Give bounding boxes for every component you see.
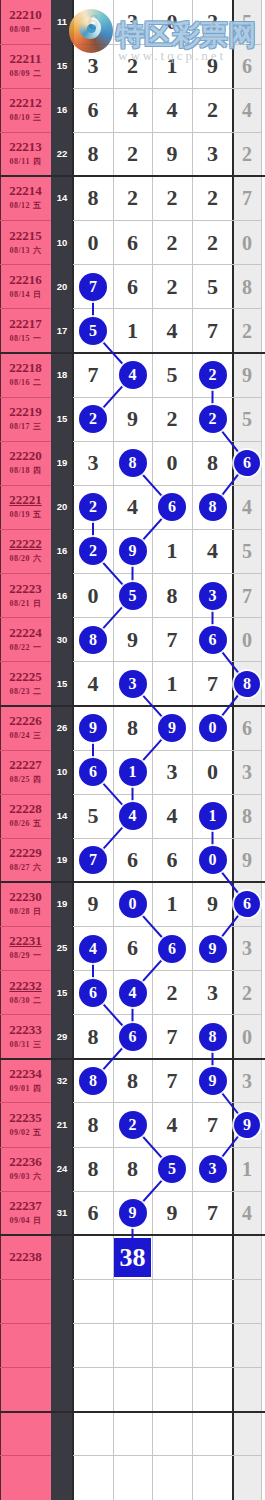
sum-value: 15 — [51, 397, 73, 441]
draw-number[interactable]: 22221 — [0, 493, 51, 506]
draw-number[interactable]: 22232 — [0, 979, 51, 992]
circled-digit: 4 — [79, 935, 107, 963]
draw-number[interactable]: 22237 — [0, 1199, 51, 1212]
draw-number[interactable]: 22234 — [0, 1067, 51, 1080]
draw-number[interactable]: 22223 — [0, 582, 51, 595]
draw-label-cell: 2221408/12五 — [0, 176, 51, 220]
draw-label-cell: 2221608/14日 — [0, 265, 51, 309]
circled-digit: 1 — [199, 802, 227, 830]
draw-date: 09/02五 — [0, 1127, 51, 1138]
sum-value: 20 — [51, 485, 73, 529]
sum-value: 18 — [51, 353, 73, 397]
draw-number[interactable]: 22233 — [0, 1023, 51, 1036]
circled-digit: 8 — [119, 449, 147, 477]
draw-date: 08/12五 — [0, 200, 51, 211]
draw-label-cell: 2222408/22一 — [0, 618, 51, 662]
draw-number[interactable]: 22219 — [0, 405, 51, 418]
circled-digit: 3 — [199, 1155, 227, 1183]
sum-value: 21 — [51, 1103, 73, 1147]
draw-number[interactable]: 22225 — [0, 670, 51, 683]
draw-date: 08/27六 — [0, 862, 51, 873]
draw-date: 08/28日 — [0, 906, 51, 917]
draw-label-cell: 2223709/04日 — [0, 1191, 51, 1235]
draw-date: 08/20六 — [0, 553, 51, 564]
sum-value: 11 — [51, 0, 73, 44]
sum-value: 29 — [51, 1015, 73, 1059]
draw-label-cell: 2223008/28日 — [0, 882, 51, 926]
prediction-box: 38 — [114, 1238, 151, 1277]
sum-value: 14 — [51, 794, 73, 838]
circled-digit: 5 — [79, 317, 107, 345]
draw-label-cell: 2223108/29一 — [0, 926, 51, 970]
circled-digit: 9 — [158, 714, 186, 742]
draw-date: 08/23二 — [0, 686, 51, 697]
circled-digit: 4 — [119, 979, 147, 1007]
circled-digit: 6 — [79, 758, 107, 786]
draw-date: 08/16二 — [0, 377, 51, 388]
circled-digit: 4 — [119, 802, 147, 830]
circled-digit: 8 — [199, 493, 227, 521]
draw-label-cell: 2222308/21日 — [0, 574, 51, 618]
sum-value: 26 — [51, 706, 73, 750]
sum-value: 24 — [51, 1147, 73, 1191]
circled-digit: 3 — [199, 582, 227, 610]
circled-digit: 9 — [234, 1112, 260, 1138]
draw-number[interactable]: 22218 — [0, 361, 51, 374]
draw-number[interactable]: 22210 — [0, 8, 51, 21]
draw-label-cell: 2221508/13六 — [0, 221, 51, 265]
draw-date: 09/01四 — [0, 1083, 51, 1094]
draw-label-cell: 2221808/16二 — [0, 353, 51, 397]
draw-number[interactable]: 22216 — [0, 273, 51, 286]
sum-value: 16 — [51, 88, 73, 132]
draw-number[interactable]: 22229 — [0, 846, 51, 859]
draw-date: 08/18四 — [0, 465, 51, 476]
sum-value: 19 — [51, 882, 73, 926]
draw-number[interactable]: 22213 — [0, 140, 51, 153]
draw-date: 08/21日 — [0, 598, 51, 609]
draw-date: 08/25四 — [0, 774, 51, 785]
circled-digit: 8 — [234, 671, 260, 697]
sum-value: 16 — [51, 574, 73, 618]
draw-date: 08/10三 — [0, 112, 51, 123]
draw-date: 08/29一 — [0, 950, 51, 961]
circled-digit: 9 — [119, 1199, 147, 1227]
draw-number[interactable]: 22220 — [0, 449, 51, 462]
circled-digit: 5 — [119, 582, 147, 610]
draw-label-cell: 2222008/18四 — [0, 441, 51, 485]
draw-number[interactable]: 22231 — [0, 934, 51, 947]
circled-digit: 2 — [199, 405, 227, 433]
draw-date: 08/26五 — [0, 818, 51, 829]
draw-date: 09/03六 — [0, 1171, 51, 1182]
draw-date: 08/19五 — [0, 509, 51, 520]
circled-digit: 6 — [199, 626, 227, 654]
draw-number[interactable]: 22212 — [0, 96, 51, 109]
sum-value: 22 — [51, 132, 73, 176]
circled-digit: 7 — [79, 273, 107, 301]
draw-number[interactable]: 22214 — [0, 184, 51, 197]
draw-label-cell: 2223609/03六 — [0, 1147, 51, 1191]
circled-digit: 3 — [119, 670, 147, 698]
circled-digit: 2 — [79, 405, 107, 433]
draw-date: 08/24三 — [0, 730, 51, 741]
sum-value: 32 — [51, 1059, 73, 1103]
draw-label-cell: 2221108/09二 — [0, 44, 51, 88]
circled-digit: 9 — [79, 714, 107, 742]
draw-number[interactable]: 22224 — [0, 626, 51, 639]
circled-digit: 8 — [199, 1023, 227, 1051]
draw-label-cell: 2221908/17三 — [0, 397, 51, 441]
draw-label-cell: 2222708/25四 — [0, 750, 51, 794]
draw-date: 08/08一 — [0, 24, 51, 35]
draw-label-cell: 2221308/11四 — [0, 132, 51, 176]
draw-number[interactable]: 22211 — [0, 52, 51, 65]
sum-value: 15 — [51, 662, 73, 706]
circled-digit: 9 — [119, 537, 147, 565]
sum-value: 14 — [51, 176, 73, 220]
draw-date: 09/04日 — [0, 1215, 51, 1226]
sum-value: 15 — [51, 44, 73, 88]
draw-number[interactable]: 22235 — [0, 1111, 51, 1124]
draw-date: 08/13六 — [0, 245, 51, 256]
draw-label-cell: 2221208/10三 — [0, 88, 51, 132]
sum-value: 25 — [51, 926, 73, 970]
draw-label-cell: 2221008/08一 — [0, 0, 51, 44]
sum-value: 10 — [51, 221, 73, 265]
draw-label-cell: 2223509/02五 — [0, 1103, 51, 1147]
draw-label-cell: 2223208/30二 — [0, 971, 51, 1015]
draw-number[interactable]: 22227 — [0, 758, 51, 771]
draw-label-cell: 2222208/20六 — [0, 529, 51, 573]
sum-value: 16 — [51, 529, 73, 573]
sum-value: 10 — [51, 750, 73, 794]
draw-date: 08/31三 — [0, 1039, 51, 1050]
sum-value: 31 — [51, 1191, 73, 1235]
circled-digit: 1 — [119, 758, 147, 786]
draw-number[interactable]: 22215 — [0, 229, 51, 242]
draw-label-cell: 2222508/23二 — [0, 662, 51, 706]
circled-digit: 8 — [79, 1067, 107, 1095]
sum-value: 20 — [51, 265, 73, 309]
sum-value: 30 — [51, 618, 73, 662]
sum-value: 15 — [51, 971, 73, 1015]
draw-number[interactable]: 22228 — [0, 802, 51, 815]
draw-date: 08/22一 — [0, 642, 51, 653]
circled-digit: 0 — [199, 714, 227, 742]
circled-digit: 5 — [158, 1155, 186, 1183]
circled-digit: 2 — [199, 361, 227, 389]
draw-label-cell: 2222808/26五 — [0, 794, 51, 838]
draw-date: 08/09二 — [0, 68, 51, 79]
draw-label-cell: 2223409/01四 — [0, 1059, 51, 1103]
draw-number[interactable]: 22238 — [0, 1235, 51, 1279]
draw-date: 08/15一 — [0, 333, 51, 344]
circled-digit: 9 — [199, 1067, 227, 1095]
draw-label-cell: 2222608/24三 — [0, 706, 51, 750]
circled-digit: 6 — [79, 979, 107, 1007]
draw-number[interactable]: 22236 — [0, 1155, 51, 1168]
circled-digit: 6 — [158, 935, 186, 963]
draw-label-cell: 2222908/27六 — [0, 838, 51, 882]
draw-number[interactable]: 22217 — [0, 317, 51, 330]
sum-value: 19 — [51, 441, 73, 485]
draw-label-cell: 2223308/31三 — [0, 1015, 51, 1059]
circled-digit: 0 — [199, 846, 227, 874]
circled-digit: 6 — [119, 1023, 147, 1051]
sum-value: 19 — [51, 838, 73, 882]
draw-label-cell: 2221708/15一 — [0, 309, 51, 353]
circled-digit: 9 — [199, 935, 227, 963]
draw-label-cell: 22238 — [0, 1235, 51, 1279]
draw-date: 08/30二 — [0, 995, 51, 1006]
draw-date: 08/11四 — [0, 156, 51, 167]
draw-date: 08/17三 — [0, 421, 51, 432]
circled-digit: 2 — [119, 1111, 147, 1139]
circled-digit: 8 — [79, 626, 107, 654]
draw-number[interactable]: 22226 — [0, 714, 51, 727]
sum-value: 17 — [51, 309, 73, 353]
draw-number[interactable]: 22230 — [0, 890, 51, 903]
draw-number[interactable]: 22222 — [0, 537, 51, 550]
trend-chart: 特区彩票网 www.tqcp.net 2221008/08一1163025222… — [0, 0, 265, 1500]
draw-date: 08/14日 — [0, 289, 51, 300]
circled-digit: 4 — [119, 361, 147, 389]
circled-digit: 0 — [119, 890, 147, 918]
draw-label-cell: 2222108/19五 — [0, 485, 51, 529]
